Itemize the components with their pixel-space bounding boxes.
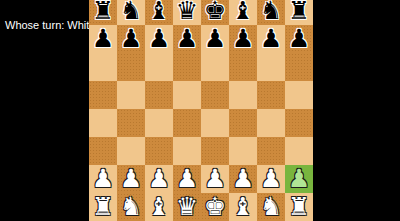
square-c4[interactable] xyxy=(145,109,173,137)
square-a5[interactable] xyxy=(89,81,117,109)
square-c8[interactable]: ♝ xyxy=(145,0,173,25)
turn-indicator: Whose turn: White xyxy=(5,19,95,31)
square-e3[interactable] xyxy=(201,137,229,165)
white-pawn-f2: ♟ xyxy=(232,165,254,193)
square-h1[interactable]: ♜ xyxy=(285,193,313,221)
black-bishop-c8: ♝ xyxy=(148,0,170,25)
square-f4[interactable] xyxy=(229,109,257,137)
square-f5[interactable] xyxy=(229,81,257,109)
square-a2[interactable]: ♟ xyxy=(89,165,117,193)
black-pawn-d7: ♟ xyxy=(176,25,198,53)
square-a6[interactable] xyxy=(89,53,117,81)
white-pawn-h2: ♟ xyxy=(288,165,310,193)
black-queen-d8: ♛ xyxy=(176,0,198,25)
square-g7[interactable]: ♟ xyxy=(257,25,285,53)
square-c2[interactable]: ♟ xyxy=(145,165,173,193)
square-d6[interactable] xyxy=(173,53,201,81)
black-knight-g8: ♞ xyxy=(260,0,282,25)
square-c5[interactable] xyxy=(145,81,173,109)
square-g2[interactable]: ♟ xyxy=(257,165,285,193)
square-d4[interactable] xyxy=(173,109,201,137)
square-b4[interactable] xyxy=(117,109,145,137)
square-f6[interactable] xyxy=(229,53,257,81)
square-f3[interactable] xyxy=(229,137,257,165)
square-g1[interactable]: ♞ xyxy=(257,193,285,221)
square-a3[interactable] xyxy=(89,137,117,165)
white-knight-g1: ♞ xyxy=(260,193,282,221)
square-e5[interactable] xyxy=(201,81,229,109)
square-f1[interactable]: ♝ xyxy=(229,193,257,221)
square-h2[interactable]: ♟ xyxy=(285,165,313,193)
square-b1[interactable]: ♞ xyxy=(117,193,145,221)
square-h4[interactable] xyxy=(285,109,313,137)
square-g8[interactable]: ♞ xyxy=(257,0,285,25)
square-e8[interactable]: ♚ xyxy=(201,0,229,25)
square-d2[interactable]: ♟ xyxy=(173,165,201,193)
black-rook-a8: ♜ xyxy=(92,0,114,25)
white-rook-a1: ♜ xyxy=(92,193,114,221)
black-bishop-f8: ♝ xyxy=(232,0,254,25)
square-g6[interactable] xyxy=(257,53,285,81)
square-b6[interactable] xyxy=(117,53,145,81)
square-f7[interactable]: ♟ xyxy=(229,25,257,53)
square-e2[interactable]: ♟ xyxy=(201,165,229,193)
square-e1[interactable]: ♚ xyxy=(201,193,229,221)
black-pawn-b7: ♟ xyxy=(120,25,142,53)
square-a1[interactable]: ♜ xyxy=(89,193,117,221)
black-pawn-a7: ♟ xyxy=(92,25,114,53)
square-g3[interactable] xyxy=(257,137,285,165)
square-b7[interactable]: ♟ xyxy=(117,25,145,53)
square-d5[interactable] xyxy=(173,81,201,109)
white-pawn-e2: ♟ xyxy=(204,165,226,193)
square-g5[interactable] xyxy=(257,81,285,109)
square-b3[interactable] xyxy=(117,137,145,165)
square-a7[interactable]: ♟ xyxy=(89,25,117,53)
square-e7[interactable]: ♟ xyxy=(201,25,229,53)
square-e6[interactable] xyxy=(201,53,229,81)
white-pawn-b2: ♟ xyxy=(120,165,142,193)
white-bishop-f1: ♝ xyxy=(232,193,254,221)
square-b8[interactable]: ♞ xyxy=(117,0,145,25)
black-pawn-f7: ♟ xyxy=(232,25,254,53)
square-h8[interactable]: ♜ xyxy=(285,0,313,25)
square-c1[interactable]: ♝ xyxy=(145,193,173,221)
square-h5[interactable] xyxy=(285,81,313,109)
white-king-e1: ♚ xyxy=(204,193,226,221)
square-e4[interactable] xyxy=(201,109,229,137)
black-knight-b8: ♞ xyxy=(120,0,142,25)
white-pawn-g2: ♟ xyxy=(260,165,282,193)
chess-board: ♜♞♝♛♚♝♞♜♟♟♟♟♟♟♟♟♟♟♟♟♟♟♟♟♜♞♝♛♚♝♞♜ xyxy=(89,0,313,221)
square-f2[interactable]: ♟ xyxy=(229,165,257,193)
white-rook-h1: ♜ xyxy=(288,193,310,221)
square-d3[interactable] xyxy=(173,137,201,165)
white-queen-d1: ♛ xyxy=(176,193,198,221)
square-d1[interactable]: ♛ xyxy=(173,193,201,221)
square-a8[interactable]: ♜ xyxy=(89,0,117,25)
square-h3[interactable] xyxy=(285,137,313,165)
square-g4[interactable] xyxy=(257,109,285,137)
square-h6[interactable] xyxy=(285,53,313,81)
square-f8[interactable]: ♝ xyxy=(229,0,257,25)
white-pawn-a2: ♟ xyxy=(92,165,114,193)
square-h7[interactable]: ♟ xyxy=(285,25,313,53)
black-pawn-h7: ♟ xyxy=(288,25,310,53)
square-c3[interactable] xyxy=(145,137,173,165)
white-bishop-c1: ♝ xyxy=(148,193,170,221)
white-pawn-d2: ♟ xyxy=(176,165,198,193)
black-pawn-g7: ♟ xyxy=(260,25,282,53)
black-pawn-c7: ♟ xyxy=(148,25,170,53)
black-king-e8: ♚ xyxy=(204,0,226,25)
square-b2[interactable]: ♟ xyxy=(117,165,145,193)
white-pawn-c2: ♟ xyxy=(148,165,170,193)
black-pawn-e7: ♟ xyxy=(204,25,226,53)
square-a4[interactable] xyxy=(89,109,117,137)
white-knight-b1: ♞ xyxy=(120,193,142,221)
square-c6[interactable] xyxy=(145,53,173,81)
square-c7[interactable]: ♟ xyxy=(145,25,173,53)
square-d7[interactable]: ♟ xyxy=(173,25,201,53)
square-b5[interactable] xyxy=(117,81,145,109)
square-d8[interactable]: ♛ xyxy=(173,0,201,25)
black-rook-h8: ♜ xyxy=(288,0,310,25)
